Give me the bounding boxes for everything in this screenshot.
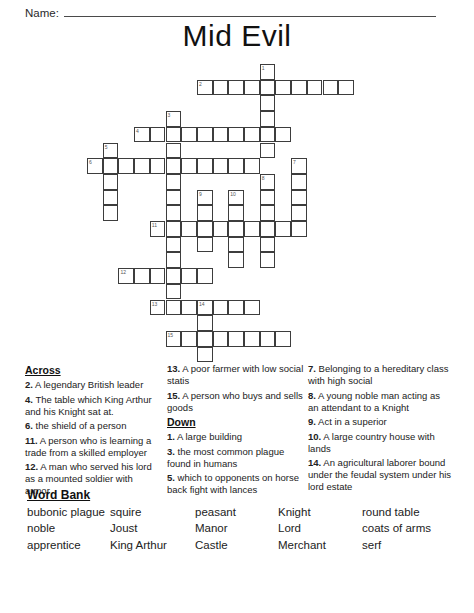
grid-cell[interactable]: [228, 158, 244, 174]
word-bank: bubonic plaguesquirepeasantKnightround t…: [27, 506, 431, 555]
grid-cell[interactable]: [103, 174, 119, 190]
grid-cell[interactable]: 3: [166, 111, 182, 127]
clues-column-middle: 13. A poor farmer with low social statis…: [167, 363, 307, 499]
grid-cell[interactable]: [181, 268, 197, 284]
grid-cell[interactable]: [291, 174, 307, 190]
grid-cell[interactable]: [213, 300, 229, 316]
clue-number: 10.: [308, 431, 321, 442]
grid-cell[interactable]: [181, 158, 197, 174]
grid-cell[interactable]: 7: [291, 158, 307, 174]
clue-number: 7.: [308, 363, 316, 374]
grid-cell[interactable]: [260, 143, 276, 159]
word-bank-word: apprentice: [27, 539, 110, 555]
grid-cell[interactable]: [260, 331, 276, 347]
grid-cell[interactable]: [134, 158, 150, 174]
clue-number: 3.: [167, 446, 175, 457]
clue-5: 5. which to opponents on horse back figh…: [167, 472, 307, 496]
grid-cell[interactable]: [291, 205, 307, 221]
clue-6: 6. the shield of a person: [25, 420, 160, 432]
word-bank-word: bubonic plague: [27, 506, 110, 522]
grid-cell[interactable]: [323, 80, 339, 96]
grid-cell[interactable]: [134, 268, 150, 284]
clue-number: 15.: [167, 390, 180, 401]
grid-cell[interactable]: [213, 127, 229, 143]
grid-cell[interactable]: [291, 190, 307, 206]
grid-cell[interactable]: [166, 221, 182, 237]
clues-column-right: 7. Belonging to a hereditary class with …: [308, 363, 452, 496]
grid-cell[interactable]: [338, 80, 354, 96]
grid-cell[interactable]: [291, 80, 307, 96]
word-bank-word: peasant: [195, 506, 278, 522]
grid-cell[interactable]: [244, 331, 260, 347]
clue-3: 3. the most common plague found in human…: [167, 446, 307, 470]
grid-cell[interactable]: 15: [166, 331, 182, 347]
grid-cell[interactable]: [166, 268, 182, 284]
grid-cell[interactable]: [213, 80, 229, 96]
grid-cell[interactable]: [244, 127, 260, 143]
word-bank-word: noble: [27, 522, 110, 538]
grid-cell[interactable]: [166, 174, 182, 190]
word-bank-word: Lord: [278, 522, 362, 538]
grid-cell[interactable]: [166, 284, 182, 300]
cell-number: 13: [152, 301, 158, 307]
grid-cell[interactable]: [213, 331, 229, 347]
grid-cell[interactable]: [260, 205, 276, 221]
grid-cell[interactable]: [275, 331, 291, 347]
name-row: Name:: [25, 5, 436, 19]
clue-2: 2. A legendary British leader: [25, 379, 160, 391]
clue-1: 1. A large building: [167, 431, 307, 443]
grid-cell[interactable]: 13: [150, 300, 166, 316]
grid-cell[interactable]: [181, 221, 197, 237]
grid-cell[interactable]: [166, 237, 182, 253]
grid-cell[interactable]: [307, 80, 323, 96]
grid-cell[interactable]: 14: [197, 300, 213, 316]
clue-number: 14.: [308, 457, 321, 468]
clue-7: 7. Belonging to a hereditary class with …: [308, 363, 452, 387]
cell-number: 4: [136, 128, 139, 134]
grid-cell[interactable]: [166, 205, 182, 221]
clue-15: 15. A person who buys and sells goods: [167, 390, 307, 414]
name-label: Name:: [25, 7, 59, 19]
puzzle-title: Mid Evil: [0, 19, 474, 53]
grid-cell[interactable]: [166, 127, 182, 143]
word-bank-word: coats of arms: [362, 522, 431, 538]
grid-cell[interactable]: [260, 237, 276, 253]
grid-cell[interactable]: [260, 127, 276, 143]
word-bank-word: Knight: [278, 506, 362, 522]
grid-cell[interactable]: [228, 127, 244, 143]
grid-cell[interactable]: [213, 221, 229, 237]
grid-cell[interactable]: 9: [197, 190, 213, 206]
cell-number: 14: [199, 301, 205, 307]
grid-cell[interactable]: [181, 331, 197, 347]
worksheet-page: Name: Mid Evil 123456789101112131415 Acr…: [0, 0, 474, 613]
grid-cell[interactable]: 10: [228, 190, 244, 206]
grid-cell[interactable]: 4: [134, 127, 150, 143]
grid-cell[interactable]: [228, 331, 244, 347]
grid-cell[interactable]: [228, 300, 244, 316]
grid-cell[interactable]: 8: [260, 174, 276, 190]
grid-cell[interactable]: 12: [118, 268, 134, 284]
clue-14: 14. An agricultural laborer bound under …: [308, 457, 452, 493]
grid-cell[interactable]: [197, 331, 213, 347]
clue-number: 12.: [25, 461, 38, 472]
word-bank-word: round table: [362, 506, 431, 522]
cell-number: 1: [262, 65, 265, 71]
grid-cell[interactable]: [197, 347, 213, 363]
grid-cell[interactable]: [244, 158, 260, 174]
grid-cell[interactable]: [197, 127, 213, 143]
name-input-line[interactable]: [64, 5, 436, 17]
clue-number: 11.: [25, 435, 38, 446]
grid-cell[interactable]: [244, 300, 260, 316]
grid-cell[interactable]: [260, 221, 276, 237]
grid-cell[interactable]: 6: [87, 158, 103, 174]
clue-number: 5.: [167, 472, 175, 483]
grid-cell[interactable]: 11: [150, 221, 166, 237]
grid-cell[interactable]: [260, 95, 276, 111]
word-bank-word: Merchant: [278, 539, 362, 555]
clue-13: 13. A poor farmer with low social statis: [167, 363, 307, 387]
clue-number: 1.: [167, 431, 175, 442]
clue-10: 10. A large country house with lands: [308, 431, 452, 455]
grid-cell[interactable]: [275, 127, 291, 143]
grid-cell[interactable]: [197, 205, 213, 221]
cell-number: 3: [168, 112, 171, 118]
grid-cell[interactable]: [103, 205, 119, 221]
word-bank-word: Castle: [195, 539, 278, 555]
cell-number: 5: [105, 144, 108, 150]
grid-cell[interactable]: [244, 221, 260, 237]
word-bank-word: King Arthur: [110, 539, 195, 555]
grid-cell[interactable]: [275, 80, 291, 96]
grid-cell[interactable]: [197, 158, 213, 174]
grid-cell[interactable]: [166, 190, 182, 206]
clue-number: 13.: [167, 363, 180, 374]
clue-4: 4. The table which King Arthur and his K…: [25, 394, 160, 418]
grid-cell[interactable]: [228, 252, 244, 268]
clue-number: 6.: [25, 420, 33, 431]
cell-number: 2: [199, 81, 202, 87]
grid-cell[interactable]: [275, 221, 291, 237]
clue-8: 8. A young noble man acting as an attend…: [308, 390, 452, 414]
grid-cell[interactable]: [166, 143, 182, 159]
grid-cell[interactable]: [244, 80, 260, 96]
word-bank-word: Manor: [195, 522, 278, 538]
grid-cell[interactable]: [197, 237, 213, 253]
grid-cell[interactable]: [228, 221, 244, 237]
clue-number: 9.: [308, 416, 316, 427]
grid-cell[interactable]: [228, 205, 244, 221]
word-bank-word: squire: [110, 506, 195, 522]
grid-cell[interactable]: [166, 158, 182, 174]
clue-11: 11. A person who is learning a trade fro…: [25, 435, 160, 459]
grid-cell[interactable]: [260, 252, 276, 268]
grid-cell[interactable]: 5: [103, 143, 119, 159]
grid-cell[interactable]: [197, 268, 213, 284]
grid-cell[interactable]: [118, 158, 134, 174]
grid-cell[interactable]: [260, 111, 276, 127]
grid-cell[interactable]: [166, 252, 182, 268]
cell-number: 9: [199, 191, 202, 197]
grid-cell[interactable]: [291, 221, 307, 237]
grid-cell[interactable]: 2: [197, 80, 213, 96]
grid-cell[interactable]: [213, 158, 229, 174]
cell-number: 8: [262, 175, 265, 181]
grid-cell[interactable]: 1: [260, 64, 276, 80]
grid-cell[interactable]: [181, 127, 197, 143]
clues-column-across: Across2. A legendary British leader4. Th…: [25, 363, 160, 500]
grid-cell[interactable]: [197, 315, 213, 331]
grid-cell[interactable]: [260, 190, 276, 206]
word-bank-heading: Word Bank: [27, 488, 90, 502]
clue-number: 2.: [25, 379, 33, 390]
crossword-grid: 123456789101112131415: [87, 64, 355, 364]
grid-cell[interactable]: [150, 158, 166, 174]
clue-9: 9. Act in a superior: [308, 416, 452, 428]
cell-number: 7: [293, 159, 296, 165]
grid-cell[interactable]: [150, 268, 166, 284]
grid-cell[interactable]: [166, 300, 182, 316]
clue-number: 8.: [308, 390, 316, 401]
grid-cell[interactable]: [197, 221, 213, 237]
clues-heading-across: Across: [25, 364, 160, 376]
cell-number: 11: [152, 222, 157, 228]
clues-heading-down: Down: [167, 416, 307, 428]
grid-cell[interactable]: [150, 127, 166, 143]
grid-cell[interactable]: [228, 80, 244, 96]
grid-cell[interactable]: [260, 80, 276, 96]
cell-number: 6: [89, 159, 92, 165]
grid-cell[interactable]: [103, 190, 119, 206]
clue-number: 4.: [25, 394, 33, 405]
cell-number: 12: [120, 269, 126, 275]
word-bank-word: Joust: [110, 522, 195, 538]
grid-cell[interactable]: [103, 158, 119, 174]
word-bank-word: serf: [362, 539, 431, 555]
cell-number: 15: [168, 332, 174, 338]
grid-cell[interactable]: [228, 237, 244, 253]
cell-number: 10: [230, 191, 236, 197]
grid-cell[interactable]: [181, 300, 197, 316]
